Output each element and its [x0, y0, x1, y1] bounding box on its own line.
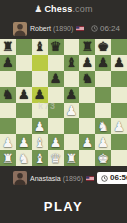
square-h4[interactable]: [111, 103, 127, 119]
square-d6[interactable]: ♟: [48, 71, 64, 87]
square-e2[interactable]: [64, 134, 80, 150]
player-name: Anastasia: [30, 175, 61, 182]
opponent-name-block[interactable]: Robert (1890): [30, 25, 73, 32]
opponent-clock: 06:24: [91, 25, 120, 33]
square-d7[interactable]: [48, 55, 64, 71]
square-e8[interactable]: [64, 39, 80, 55]
play-label: PLAY: [44, 199, 83, 214]
player-clock: 06:56: [97, 172, 127, 184]
square-b6[interactable]: [16, 71, 32, 87]
square-e6[interactable]: [64, 71, 80, 87]
square-h6[interactable]: [111, 71, 127, 87]
black-rook: ♜: [81, 40, 93, 53]
square-c5[interactable]: ♟: [32, 87, 48, 103]
square-h5[interactable]: [111, 87, 127, 103]
white-pawn: ♟: [2, 136, 14, 149]
square-d5[interactable]: [48, 87, 64, 103]
square-d2[interactable]: ♟: [48, 134, 64, 150]
white-knight: ♞: [97, 120, 109, 133]
clock-icon: [101, 175, 108, 182]
brand-chess: Chess: [44, 4, 72, 14]
us-flag-icon: [86, 176, 94, 181]
black-pawn: ♟: [113, 56, 125, 69]
chess-app-screen: ♟ Chess.com Robert (1890) 06:24 k73 ♜♝♛♜…: [0, 0, 127, 223]
square-h7[interactable]: ♟: [111, 55, 127, 71]
player-rating: (1896): [63, 175, 83, 182]
white-bishop: ♝: [34, 136, 46, 149]
brand-name: Chess.com: [44, 5, 92, 14]
black-pawn: ♟: [97, 56, 109, 69]
square-a5[interactable]: ♞: [0, 87, 16, 103]
square-a3[interactable]: [0, 118, 16, 134]
opponent-row: Robert (1890) 06:24: [0, 18, 127, 39]
square-f2[interactable]: ♟: [79, 134, 95, 150]
opponent-name: Robert: [30, 25, 51, 32]
square-g1[interactable]: ♚: [95, 150, 111, 166]
square-c3[interactable]: ♟: [32, 118, 48, 134]
square-c4[interactable]: [32, 103, 48, 119]
play-bar[interactable]: PLAY: [0, 190, 127, 223]
square-b7[interactable]: [16, 55, 32, 71]
square-c1[interactable]: ♝: [32, 150, 48, 166]
black-bishop: ♝: [66, 56, 78, 69]
player-row: Anastasia (1896) 06:56: [0, 166, 127, 190]
white-pawn: ♟: [97, 136, 109, 149]
square-e5[interactable]: ♟: [64, 87, 80, 103]
opponent-rating: (1890): [53, 25, 73, 32]
us-flag-icon: [76, 26, 84, 31]
brand-com: .com: [72, 4, 92, 14]
square-g5[interactable]: [95, 87, 111, 103]
black-pawn: ♟: [81, 56, 93, 69]
square-a7[interactable]: ♟: [0, 55, 16, 71]
white-pawn: ♟: [50, 136, 62, 149]
white-knight: ♞: [18, 152, 30, 165]
white-pawn: ♟: [18, 136, 30, 149]
square-f4[interactable]: [79, 103, 95, 119]
chesscom-pawn-logo-icon: ♟: [34, 5, 42, 14]
square-a2[interactable]: ♟: [0, 134, 16, 150]
square-g8[interactable]: ♚: [95, 39, 111, 55]
black-knight: ♞: [81, 72, 93, 85]
square-f8[interactable]: ♜: [79, 39, 95, 55]
square-d3[interactable]: [48, 118, 64, 134]
black-bishop: ♝: [34, 40, 46, 53]
white-rook: ♜: [66, 152, 78, 165]
black-queen: ♛: [50, 40, 62, 53]
square-d4[interactable]: [48, 103, 64, 119]
square-h8[interactable]: [111, 39, 127, 55]
square-c2[interactable]: ♝: [32, 134, 48, 150]
square-c7[interactable]: [32, 55, 48, 71]
white-king: ♚: [97, 152, 109, 165]
clock-icon: [91, 25, 98, 32]
square-f3[interactable]: [79, 118, 95, 134]
black-pawn: ♟: [18, 88, 30, 101]
square-b4[interactable]: [16, 103, 32, 119]
square-b2[interactable]: ♟: [16, 134, 32, 150]
black-rook: ♜: [2, 40, 14, 53]
square-d1[interactable]: ♛: [48, 150, 64, 166]
square-e4[interactable]: ♟: [64, 103, 80, 119]
square-f1[interactable]: [79, 150, 95, 166]
black-pawn: ♟: [34, 88, 46, 101]
square-b5[interactable]: ♟: [16, 87, 32, 103]
square-f6[interactable]: ♞: [79, 71, 95, 87]
square-c6[interactable]: [32, 71, 48, 87]
square-b3[interactable]: [16, 118, 32, 134]
square-e1[interactable]: ♜: [64, 150, 80, 166]
black-king: ♚: [97, 40, 109, 53]
white-pawn: ♟: [66, 104, 78, 117]
square-g4[interactable]: [95, 103, 111, 119]
square-b8[interactable]: [16, 39, 32, 55]
white-pawn: ♟: [113, 120, 125, 133]
white-pawn: ♟: [81, 136, 93, 149]
square-g7[interactable]: ♟: [95, 55, 111, 71]
square-f7[interactable]: ♟: [79, 55, 95, 71]
square-a8[interactable]: ♜: [0, 39, 16, 55]
square-b1[interactable]: ♞: [16, 150, 32, 166]
square-d8[interactable]: ♛: [48, 39, 64, 55]
square-a6[interactable]: [0, 71, 16, 87]
square-h3[interactable]: ♟: [111, 118, 127, 134]
black-pawn: ♟: [66, 88, 78, 101]
square-f5[interactable]: [79, 87, 95, 103]
black-knight: ♞: [2, 88, 14, 101]
square-g3[interactable]: ♞: [95, 118, 111, 134]
square-g6[interactable]: [95, 71, 111, 87]
player-avatar[interactable]: [13, 171, 27, 185]
player-clock-time: 06:56: [110, 174, 127, 182]
white-queen: ♛: [50, 152, 62, 165]
square-h1[interactable]: [111, 150, 127, 166]
white-pawn: ♟: [34, 120, 46, 133]
white-rook: ♜: [2, 152, 14, 165]
square-g2[interactable]: ♟: [95, 134, 111, 150]
opponent-avatar[interactable]: [13, 22, 27, 36]
player-name-block[interactable]: Anastasia (1896): [30, 175, 83, 182]
square-a4[interactable]: [0, 103, 16, 119]
app-header: ♟ Chess.com: [0, 0, 127, 18]
white-bishop: ♝: [34, 152, 46, 165]
square-a1[interactable]: ♜: [0, 150, 16, 166]
person-silhouette-icon: [13, 171, 27, 185]
square-c8[interactable]: ♝: [32, 39, 48, 55]
square-e7[interactable]: ♝: [64, 55, 80, 71]
chess-board: k73 ♜♝♛♜♚♟♝♟♟♟♟♞♞♟♟♟♟♟♞♟♟♟♝♟♟♟♜♞♝♛♜♚: [0, 39, 127, 166]
square-e3[interactable]: [64, 118, 80, 134]
black-pawn: ♟: [2, 56, 14, 69]
black-pawn: ♟: [50, 72, 62, 85]
opponent-clock-time: 06:24: [100, 25, 120, 33]
square-h2[interactable]: [111, 134, 127, 150]
person-silhouette-icon: [13, 22, 27, 36]
